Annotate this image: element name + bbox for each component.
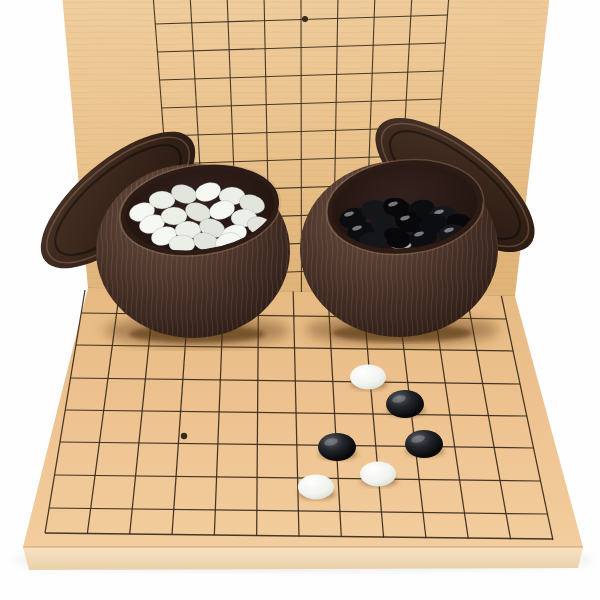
- white-stone: [298, 475, 334, 500]
- star-point: [302, 16, 308, 22]
- black-stone: [386, 390, 424, 418]
- white-stone-in-bowl: [149, 191, 175, 209]
- star-point: [181, 433, 187, 439]
- black-stone: [318, 433, 356, 461]
- white-stone: [350, 365, 386, 390]
- go-set-scene: [0, 0, 600, 600]
- board-front-edge-face: [23, 547, 583, 570]
- black-stone: [405, 430, 443, 458]
- go-set-photo: [0, 0, 600, 600]
- white-stone: [360, 462, 396, 487]
